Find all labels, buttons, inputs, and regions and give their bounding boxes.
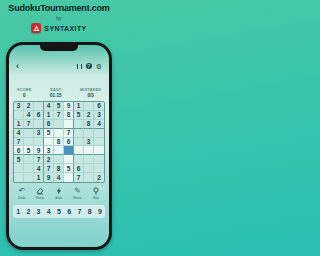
board-cell-r4c9[interactable] <box>94 129 104 138</box>
stats-bar: SCORE 0 EASY 01:15 MISTAKES 0/3 <box>9 88 109 98</box>
board-cell-r6c2[interactable]: 5 <box>24 146 34 155</box>
board-cell-r8c2[interactable] <box>24 164 34 173</box>
bulb-icon <box>92 187 100 195</box>
hint-count-badge: 1 <box>100 185 104 189</box>
board-cell-r1c1[interactable]: 3 <box>14 102 24 111</box>
undo-icon: ↶ <box>19 187 25 195</box>
byline: by <box>0 16 118 21</box>
pencil-icon: ✎ <box>74 187 80 195</box>
board-cell-r3c1[interactable]: 1 <box>14 120 24 129</box>
board-cell-r9c4[interactable]: 9 <box>44 173 54 182</box>
mistakes-stat: MISTAKES 0/3 <box>80 88 101 98</box>
auto-button[interactable]: Auto <box>55 187 63 200</box>
board-cell-r4c5[interactable] <box>54 129 64 138</box>
sudoku-board: 3245916461785231768443577863659357247856… <box>13 101 105 183</box>
board-cell-r8c4[interactable]: 7 <box>44 164 54 173</box>
number-pad: 123456789 <box>13 205 105 218</box>
board-cell-r7c6[interactable] <box>64 155 74 164</box>
board-cell-r7c5[interactable] <box>54 155 64 164</box>
board-cell-r5c1[interactable]: 7 <box>14 138 24 147</box>
action-label: Hint <box>93 196 99 200</box>
board-cell-r1c4[interactable]: 4 <box>44 102 54 111</box>
board-cell-r4c1[interactable]: 4 <box>14 129 24 138</box>
lightning-icon <box>55 187 63 195</box>
score-label: SCORE <box>17 88 32 92</box>
board-cell-r7c8[interactable] <box>84 155 94 164</box>
eraser-icon <box>36 187 44 195</box>
numpad-4[interactable]: 4 <box>47 208 51 215</box>
board-cell-r1c5[interactable]: 5 <box>54 102 64 111</box>
board-cell-r1c7[interactable]: 1 <box>74 102 84 111</box>
board-cell-r8c1[interactable] <box>14 164 24 173</box>
erase-button[interactable]: Erase <box>36 187 44 200</box>
board-cell-r5c4[interactable] <box>44 138 54 147</box>
board-cell-r7c3[interactable]: 7 <box>34 155 44 164</box>
board-cell-r9c3[interactable]: 1 <box>34 173 44 182</box>
board-cell-r9c1[interactable] <box>14 173 24 182</box>
board-cell-r3c8[interactable]: 8 <box>84 120 94 129</box>
numpad-3[interactable]: 3 <box>37 208 41 215</box>
hint-button[interactable]: Hint1 <box>92 187 100 200</box>
board-cell-r6c4[interactable]: 3 <box>44 146 54 155</box>
board-cell-r2c6[interactable]: 8 <box>64 111 74 120</box>
board-cell-r5c3[interactable] <box>34 138 44 147</box>
board-cell-r1c6[interactable]: 9 <box>64 102 74 111</box>
action-toolbar: ↶UndoEraseAuto✎NotesHint1 <box>9 187 109 200</box>
board-cell-r4c8[interactable] <box>84 129 94 138</box>
board-cell-r4c6[interactable]: 7 <box>64 129 74 138</box>
brand-name: SYNTAXITY <box>44 25 86 32</box>
phone-screen: ‹ ? ⚙ SCORE 0 EASY 01:15 MISTAKES 0/3 32… <box>9 45 109 247</box>
board-cell-r6c6[interactable] <box>64 146 74 155</box>
board-cell-r9c9[interactable]: 2 <box>94 173 104 182</box>
board-cell-r6c9[interactable] <box>94 146 104 155</box>
board-cell-r2c2[interactable]: 4 <box>24 111 34 120</box>
board-cell-r2c7[interactable]: 5 <box>74 111 84 120</box>
board-cell-r7c1[interactable]: 5 <box>14 155 24 164</box>
board-cell-r6c8[interactable] <box>84 146 94 155</box>
notes-button[interactable]: ✎Notes <box>73 187 81 200</box>
board-cell-r6c1[interactable]: 6 <box>14 146 24 155</box>
action-label: Auto <box>55 196 62 200</box>
board-cell-r7c9[interactable] <box>94 155 104 164</box>
mistakes-value: 0/3 <box>80 93 101 98</box>
board-cell-r1c8[interactable] <box>84 102 94 111</box>
board-cell-r2c3[interactable]: 6 <box>34 111 44 120</box>
board-cell-r5c6[interactable]: 6 <box>64 138 74 147</box>
board-cell-r7c7[interactable] <box>74 155 84 164</box>
board-cell-r1c2[interactable]: 2 <box>24 102 34 111</box>
brand: SYNTAXITY <box>0 23 118 33</box>
action-label: Notes <box>73 196 81 200</box>
board-cell-r8c7[interactable]: 6 <box>74 164 84 173</box>
score-stat: SCORE 0 <box>17 88 32 98</box>
board-cell-r3c3[interactable] <box>34 120 44 129</box>
board-cell-r9c2[interactable] <box>24 173 34 182</box>
board-cell-r4c7[interactable] <box>74 129 84 138</box>
help-icon[interactable]: ? <box>86 63 92 69</box>
board-cell-r3c2[interactable]: 7 <box>24 120 34 129</box>
board-cell-r9c8[interactable] <box>84 173 94 182</box>
board-cell-r2c8[interactable]: 2 <box>84 111 94 120</box>
board-cell-r8c9[interactable] <box>94 164 104 173</box>
back-icon[interactable]: ‹ <box>16 62 19 70</box>
phone-mockup: ‹ ? ⚙ SCORE 0 EASY 01:15 MISTAKES 0/3 32… <box>6 42 112 250</box>
board-cell-r8c3[interactable]: 4 <box>34 164 44 173</box>
board-cell-r3c5[interactable] <box>54 120 64 129</box>
phone-notch <box>40 45 78 51</box>
board-cell-r4c2[interactable] <box>24 129 34 138</box>
syntaxity-logo-icon <box>31 23 41 33</box>
board-cell-r3c4[interactable]: 6 <box>44 120 54 129</box>
numpad-2[interactable]: 2 <box>26 208 30 215</box>
board-cell-r3c6[interactable] <box>64 120 74 129</box>
board-cell-r6c3[interactable]: 9 <box>34 146 44 155</box>
numpad-5[interactable]: 5 <box>57 208 61 215</box>
board-cell-r2c9[interactable]: 3 <box>94 111 104 120</box>
difficulty-timer-stat: EASY 01:15 <box>50 88 62 98</box>
score-value: 0 <box>17 93 32 98</box>
board-cell-r1c3[interactable] <box>34 102 44 111</box>
board-cell-r5c8[interactable]: 3 <box>84 138 94 147</box>
board-cell-r4c4[interactable]: 5 <box>44 129 54 138</box>
board-cell-r7c4[interactable]: 2 <box>44 155 54 164</box>
undo-button[interactable]: ↶Undo <box>18 187 26 200</box>
numpad-8[interactable]: 8 <box>88 208 92 215</box>
pause-icon[interactable] <box>77 64 82 69</box>
numpad-6[interactable]: 6 <box>67 208 71 215</box>
numpad-1[interactable]: 1 <box>16 208 20 215</box>
board-cell-r8c5[interactable]: 8 <box>54 164 64 173</box>
board-cell-r2c4[interactable]: 1 <box>44 111 54 120</box>
header-actions: ? ⚙ <box>77 63 102 70</box>
board-cell-r6c7[interactable] <box>74 146 84 155</box>
board-cell-r4c3[interactable]: 3 <box>34 129 44 138</box>
numpad-7[interactable]: 7 <box>77 208 81 215</box>
timer-value: 01:15 <box>50 93 62 98</box>
board-cell-r1c9[interactable]: 6 <box>94 102 104 111</box>
board-cell-r5c9[interactable] <box>94 138 104 147</box>
board-cell-r5c2[interactable] <box>24 138 34 147</box>
board-cell-r2c1[interactable] <box>14 111 24 120</box>
numpad-9[interactable]: 9 <box>98 208 102 215</box>
settings-icon[interactable]: ⚙ <box>96 63 102 70</box>
board-cell-r7c2[interactable] <box>24 155 34 164</box>
site-title: SudokuTournament.com <box>0 0 118 13</box>
board-cell-r2c5[interactable]: 7 <box>54 111 64 120</box>
board-cell-r5c5[interactable]: 8 <box>54 138 64 147</box>
board-cell-r3c9[interactable]: 4 <box>94 120 104 129</box>
board-cell-r8c8[interactable] <box>84 164 94 173</box>
mistakes-label: MISTAKES <box>80 88 101 92</box>
board-cell-r8c6[interactable]: 5 <box>64 164 74 173</box>
action-label: Erase <box>36 196 44 200</box>
app-header: ‹ ? ⚙ <box>9 62 109 70</box>
board-cell-r9c6[interactable] <box>64 173 74 182</box>
board-cell-r9c5[interactable]: 4 <box>54 173 64 182</box>
difficulty-label: EASY <box>50 88 62 92</box>
board-cell-r3c7[interactable] <box>74 120 84 129</box>
board-cell-r6c5[interactable] <box>54 146 64 155</box>
board-cell-r9c7[interactable]: 7 <box>74 173 84 182</box>
board-cell-r5c7[interactable] <box>74 138 84 147</box>
action-label: Undo <box>18 196 26 200</box>
